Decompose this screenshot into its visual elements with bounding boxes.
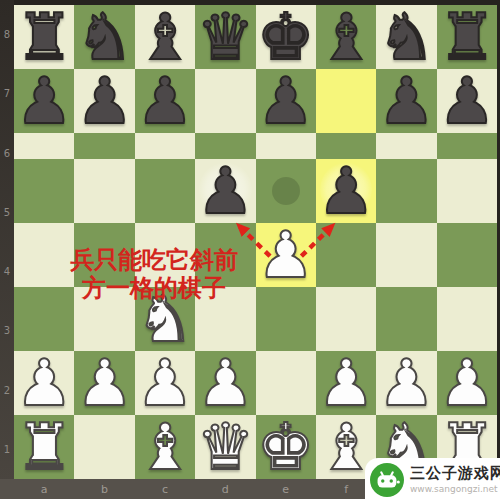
square-c2[interactable]: ♟ [135,351,195,415]
square-f2[interactable]: ♟ [316,351,376,415]
square-b4[interactable] [74,223,134,287]
square-e2[interactable] [256,351,316,415]
square-f7[interactable] [316,69,376,133]
black-pawn-c7[interactable]: ♟ [136,69,193,133]
black-pawn-g7[interactable]: ♟ [378,69,435,133]
black-pawn-b7[interactable]: ♟ [76,69,133,133]
black-rook-a8[interactable]: ♜ [16,5,73,69]
white-knight-c3[interactable]: ♞ [136,287,193,351]
square-e4[interactable]: ♟ [256,223,316,287]
square-g3[interactable] [376,287,436,351]
square-c3[interactable]: ♞ [135,287,195,351]
rank-label-4: 4 [0,242,14,301]
square-d2[interactable]: ♟ [195,351,255,415]
white-rook-a1[interactable]: ♜ [16,415,73,479]
square-a2[interactable]: ♟ [14,351,74,415]
white-pawn-h2[interactable]: ♟ [438,351,495,415]
rank-label-2: 2 [0,361,14,420]
square-c5[interactable] [135,159,195,223]
white-pawn-d2[interactable]: ♟ [197,351,254,415]
chess-board: ♜♞♝♛♚♝♞♜♟♟♟♟♟♟♟♟♟♞♟♟♟♟♟♟♟♜♝♛♚♝♞♜ [14,5,497,479]
watermark-title: 三公子游戏网 [410,464,500,483]
rank-label-7: 7 [0,64,14,123]
black-pawn-d5[interactable]: ♟ [197,159,254,223]
watermark-url: www.sangongzi.net [410,484,500,494]
file-label-b: b [74,479,134,499]
white-pawn-g2[interactable]: ♟ [378,351,435,415]
square-c1[interactable]: ♝ [135,415,195,479]
white-king-e1[interactable]: ♚ [257,415,314,479]
square-a4[interactable] [14,223,74,287]
square-g7[interactable]: ♟ [376,69,436,133]
square-e1[interactable]: ♚ [256,415,316,479]
square-f4[interactable] [316,223,376,287]
white-pawn-b2[interactable]: ♟ [76,351,133,415]
site-watermark: 三公子游戏网 www.sangongzi.net [365,458,500,499]
square-c8[interactable]: ♝ [135,5,195,69]
sangongzi-logo-icon [370,463,404,497]
square-h2[interactable]: ♟ [437,351,497,415]
rank-label-5: 5 [0,183,14,242]
square-b1[interactable] [74,415,134,479]
black-pawn-h7[interactable]: ♟ [438,69,495,133]
square-e5[interactable] [256,159,316,223]
black-rook-h8[interactable]: ♜ [438,5,495,69]
black-king-e8[interactable]: ♚ [257,5,314,69]
square-c7[interactable]: ♟ [135,69,195,133]
square-e7[interactable]: ♟ [256,69,316,133]
square-b2[interactable]: ♟ [74,351,134,415]
square-a7[interactable]: ♟ [14,69,74,133]
square-d8[interactable]: ♛ [195,5,255,69]
square-d7[interactable] [195,69,255,133]
white-bishop-c1[interactable]: ♝ [136,415,193,479]
square-a5[interactable] [14,159,74,223]
black-pawn-a7[interactable]: ♟ [16,69,73,133]
rank-label-8: 8 [0,5,14,64]
square-f8[interactable]: ♝ [316,5,376,69]
square-b5[interactable] [74,159,134,223]
square-e8[interactable]: ♚ [256,5,316,69]
square-b8[interactable]: ♞ [74,5,134,69]
black-knight-g8[interactable]: ♞ [378,5,435,69]
white-pawn-c2[interactable]: ♟ [136,351,193,415]
rank-label-6: 6 [0,124,14,183]
black-queen-d8[interactable]: ♛ [197,5,254,69]
square-b7[interactable]: ♟ [74,69,134,133]
square-d1[interactable]: ♛ [195,415,255,479]
square-c4[interactable] [135,223,195,287]
black-bishop-c8[interactable]: ♝ [136,5,193,69]
square-f3[interactable] [316,287,376,351]
square-a8[interactable]: ♜ [14,5,74,69]
rank-coordinate-strip: 87654321 [0,0,14,499]
black-bishop-f8[interactable]: ♝ [317,5,374,69]
rank-label-1: 1 [0,420,14,479]
square-h7[interactable]: ♟ [437,69,497,133]
chess-board-screenshot: 87654321 abcdefgh ♜♞♝♛♚♝♞♜♟♟♟♟♟♟♟♟♟♞♟♟♟♟… [0,0,500,499]
square-h3[interactable] [437,287,497,351]
square-h8[interactable]: ♜ [437,5,497,69]
black-knight-b8[interactable]: ♞ [76,5,133,69]
rank-label-3: 3 [0,301,14,360]
white-pawn-f2[interactable]: ♟ [317,351,374,415]
square-d3[interactable] [195,287,255,351]
black-pawn-e7[interactable]: ♟ [257,69,314,133]
black-pawn-f5[interactable]: ♟ [317,159,374,223]
square-b3[interactable] [74,287,134,351]
square-h4[interactable] [437,223,497,287]
square-e3[interactable] [256,287,316,351]
square-g5[interactable] [376,159,436,223]
square-h5[interactable] [437,159,497,223]
watermark-text: 三公子游戏网 www.sangongzi.net [410,464,500,494]
white-pawn-a2[interactable]: ♟ [16,351,73,415]
square-g4[interactable] [376,223,436,287]
square-a3[interactable] [14,287,74,351]
square-a1[interactable]: ♜ [14,415,74,479]
square-f5[interactable]: ♟ [316,159,376,223]
square-g2[interactable]: ♟ [376,351,436,415]
square-g8[interactable]: ♞ [376,5,436,69]
square-d5[interactable]: ♟ [195,159,255,223]
white-pawn-e4[interactable]: ♟ [257,223,314,287]
white-queen-d1[interactable]: ♛ [197,415,254,479]
square-d4[interactable] [195,223,255,287]
